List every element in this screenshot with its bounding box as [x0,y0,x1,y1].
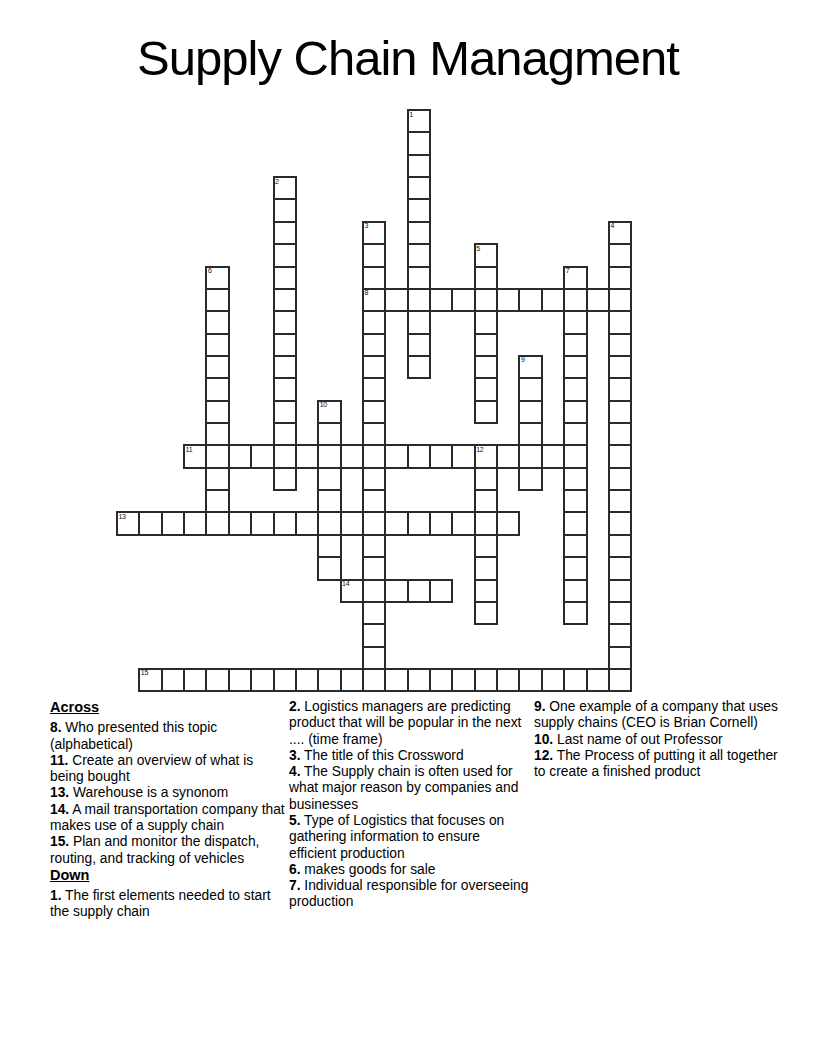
grid-cell[interactable] [564,445,586,467]
grid-cell[interactable] [318,557,340,579]
grid-cell[interactable] [206,512,228,534]
grid-cell[interactable] [318,669,340,691]
grid-cell[interactable] [609,624,631,646]
grid-cell[interactable] [430,445,452,467]
grid-cell[interactable] [452,445,474,467]
grid-cell[interactable] [564,334,586,356]
cell-number: 14 [342,580,349,588]
grid-cell[interactable] [162,669,184,691]
grid-cell[interactable] [363,580,385,602]
cell-number: 2 [275,178,279,186]
grid-cell[interactable]: 6 [206,267,228,289]
grid-cell[interactable] [162,512,184,534]
cell-number: 11 [186,446,193,454]
grid-cell[interactable]: 15 [139,669,161,691]
grid-cell[interactable] [519,378,541,400]
grid-cell[interactable] [363,244,385,266]
grid-cell[interactable] [363,557,385,579]
clue-number: 15. [50,834,69,849]
clue-down-5: 5. Type of Logistics that focuses on gat… [289,813,529,862]
grid-cell[interactable] [609,557,631,579]
grid-cell[interactable] [341,512,363,534]
grid-cell[interactable] [475,580,497,602]
grid-cell[interactable] [363,311,385,333]
grid-cell[interactable] [452,512,474,534]
grid-cell[interactable] [363,535,385,557]
grid-cell[interactable] [408,512,430,534]
grid-cell[interactable]: 12 [475,445,497,467]
clue-text: Create an overview of what is being boug… [50,753,253,784]
clue-text: Plan and monitor the dispatch, routing, … [50,834,259,865]
grid-cell[interactable] [274,401,296,423]
clue-down-12: 12. The Process of putting it all togeth… [534,748,784,781]
grid-cell[interactable] [564,401,586,423]
grid-cell[interactable] [519,289,541,311]
grid-cell[interactable] [564,311,586,333]
grid-cell[interactable] [274,468,296,490]
grid-cell[interactable] [408,289,430,311]
grid-cell[interactable] [475,535,497,557]
grid-cell[interactable] [609,647,631,669]
clue-text: Warehouse is a synonom [69,785,228,800]
grid-cell[interactable] [274,423,296,445]
grid-cell[interactable]: 10 [318,401,340,423]
grid-cell[interactable] [519,669,541,691]
grid-cell[interactable] [206,356,228,378]
grid-cell[interactable] [363,423,385,445]
grid-cell[interactable] [341,445,363,467]
grid-cell[interactable] [564,378,586,400]
grid-cell[interactable] [385,669,407,691]
grid-cell[interactable] [363,512,385,534]
grid-cell[interactable] [564,512,586,534]
cell-number: 15 [141,669,148,677]
grid-cell[interactable] [609,512,631,534]
grid-cell[interactable] [475,669,497,691]
grid-cell[interactable] [274,311,296,333]
grid-cell[interactable] [363,669,385,691]
clue-number: 7. [289,878,301,893]
clue-text: Individual responsible for overseeing pr… [289,878,528,909]
clue-number: 12. [534,748,553,763]
grid-cell[interactable] [564,535,586,557]
grid-cell[interactable] [519,423,541,445]
clue-down-6: 6. makes goods for sale [289,862,529,878]
clue-column-2: 2. Logistics managers are predicting pro… [289,699,529,911]
grid-cell[interactable] [341,669,363,691]
grid-cell[interactable] [609,289,631,311]
grid-cell[interactable] [497,289,519,311]
grid-cell[interactable] [385,289,407,311]
grid-cell[interactable] [408,267,430,289]
grid-cell[interactable] [363,468,385,490]
grid-cell[interactable] [475,490,497,512]
clue-text: Type of Logistics that focuses on gather… [289,813,504,861]
grid-cell[interactable] [363,602,385,624]
grid-cell[interactable] [587,289,609,311]
cell-number: 8 [364,289,368,297]
page-title: Supply Chain Managment [0,30,816,86]
grid-cell[interactable] [408,244,430,266]
grid-cell[interactable] [475,378,497,400]
grid-cell[interactable] [475,311,497,333]
grid-cell[interactable] [274,267,296,289]
grid-cell[interactable] [475,267,497,289]
grid-cell[interactable] [519,468,541,490]
grid-cell[interactable] [274,334,296,356]
grid-cell[interactable] [609,445,631,467]
clue-number: 4. [289,764,301,779]
grid-cell[interactable] [296,669,318,691]
grid-cell[interactable] [430,512,452,534]
grid-cell[interactable] [430,580,452,602]
grid-cell[interactable] [251,669,273,691]
grid-cell[interactable] [408,132,430,154]
cell-number: 3 [364,222,368,230]
grid-cell[interactable] [318,468,340,490]
grid-cell[interactable] [363,647,385,669]
clue-number: 2. [289,699,301,714]
clue-number: 9. [534,699,546,714]
grid-cell[interactable]: 13 [117,512,139,534]
cell-number: 1 [409,111,413,119]
clue-number: 10. [534,732,553,747]
clue-down-1: 1. The first elements needed to start th… [50,888,287,921]
grid-cell[interactable] [274,669,296,691]
grid-cell[interactable] [609,401,631,423]
clue-column-3: 9. One example of a company that uses su… [534,699,784,780]
grid-cell[interactable] [609,378,631,400]
grid-cell[interactable] [609,602,631,624]
grid-cell[interactable] [497,669,519,691]
grid-cell[interactable] [206,378,228,400]
grid-cell[interactable] [587,669,609,691]
grid-cell[interactable] [564,669,586,691]
grid-cell[interactable] [206,468,228,490]
grid-cell[interactable] [408,155,430,177]
grid-cell[interactable] [475,468,497,490]
cell-number: 6 [208,267,212,275]
grid-cell[interactable] [475,557,497,579]
clue-text: The title of this Crossword [301,748,464,763]
grid-cell[interactable]: 9 [519,356,541,378]
grid-cell[interactable] [564,356,586,378]
grid-cell[interactable] [564,602,586,624]
grid-cell[interactable] [363,401,385,423]
grid-cell[interactable] [385,580,407,602]
clue-down-10: 10. Last name of out Professor [534,732,784,748]
clue-down-9: 9. One example of a company that uses su… [534,699,784,732]
grid-cell[interactable] [385,512,407,534]
grid-cell[interactable] [408,669,430,691]
clue-down-7: 7. Individual responsible for overseeing… [289,878,529,911]
cell-number: 4 [610,222,614,230]
clue-number: 14. [50,802,69,817]
grid-cell[interactable] [475,334,497,356]
clue-number: 3. [289,748,301,763]
grid-cell[interactable] [430,289,452,311]
grid-cell[interactable]: 3 [363,222,385,244]
grid-cell[interactable]: 1 [408,110,430,132]
grid-cell[interactable] [408,311,430,333]
clue-text: Logistics managers are predicting produc… [289,699,521,747]
clue-across-15: 15. Plan and monitor the dispatch, routi… [50,834,287,867]
grid-cell[interactable] [609,669,631,691]
grid-cell[interactable] [408,580,430,602]
grid-cell[interactable] [609,468,631,490]
grid-cell[interactable] [519,445,541,467]
grid-cell[interactable] [363,624,385,646]
grid-cell[interactable] [206,423,228,445]
grid-cell[interactable] [609,356,631,378]
cell-number: 10 [320,401,327,409]
clue-text: The Supply chain is often used for what … [289,764,518,812]
grid-cell[interactable] [564,289,586,311]
grid-cell[interactable]: 4 [609,222,631,244]
grid-cell[interactable] [408,199,430,221]
clue-down-2: 2. Logistics managers are predicting pro… [289,699,529,748]
grid-cell[interactable] [609,311,631,333]
cell-number: 12 [476,446,483,454]
grid-cell[interactable] [206,669,228,691]
grid-cell[interactable] [274,378,296,400]
grid-cell[interactable] [318,490,340,512]
grid-cell[interactable] [519,401,541,423]
clue-text: A mail transportation company that makes… [50,802,285,833]
grid-cell[interactable] [408,356,430,378]
grid-cell[interactable] [318,535,340,557]
cell-number: 7 [566,267,570,275]
crossword-grid: 123456789101112131415 [117,110,631,691]
grid-cell[interactable] [274,244,296,266]
grid-cell[interactable]: 14 [341,580,363,602]
clue-column-1: Across8. Who presented this topic (alpha… [50,699,287,921]
grid-cell[interactable] [497,445,519,467]
grid-cell[interactable] [609,490,631,512]
grid-cell[interactable] [408,334,430,356]
grid-cell[interactable] [184,669,206,691]
grid-cell[interactable] [363,445,385,467]
grid-cell[interactable] [475,602,497,624]
grid-cell[interactable]: 11 [184,445,206,467]
clue-number: 11. [50,753,68,768]
grid-cell[interactable] [206,334,228,356]
clue-number: 8. [50,720,62,735]
grid-cell[interactable] [542,445,564,467]
clue-number: 6. [289,862,301,877]
grid-cell[interactable] [206,401,228,423]
grid-cell[interactable] [609,580,631,602]
grid-cell[interactable] [296,445,318,467]
grid-cell[interactable] [408,445,430,467]
down-header: Down [50,867,287,883]
grid-cell[interactable] [564,423,586,445]
clue-down-3: 3. The title of this Crossword [289,748,529,764]
grid-cell[interactable] [318,445,340,467]
grid-cell[interactable]: 8 [363,289,385,311]
grid-cell[interactable] [609,334,631,356]
crossword-page: { "game": "crossword", "title": "Supply … [0,0,816,1056]
cell-number: 13 [119,513,126,521]
cell-number: 9 [521,356,525,364]
grid-cell[interactable] [229,512,251,534]
clue-text: The first elements needed to start the s… [50,888,271,919]
clue-number: 5. [289,813,301,828]
grid-cell[interactable] [274,512,296,534]
grid-cell[interactable] [274,445,296,467]
grid-cell[interactable] [408,177,430,199]
clue-text: The Process of putting it all together t… [534,748,778,779]
grid-cell[interactable] [363,356,385,378]
clue-down-4: 4. The Supply chain is often used for wh… [289,764,529,813]
clue-number: 13. [50,785,69,800]
grid-cell[interactable] [564,490,586,512]
grid-cell[interactable] [206,289,228,311]
grid-cell[interactable] [564,557,586,579]
grid-cell[interactable] [229,669,251,691]
clue-text: makes goods for sale [301,862,436,877]
clue-text: One example of a company that uses suppl… [534,699,778,730]
grid-cell[interactable] [274,199,296,221]
clue-across-11: 11. Create an overview of what is being … [50,753,287,786]
grid-cell[interactable] [408,222,430,244]
clue-number: 1. [50,888,62,903]
grid-cell[interactable] [452,669,474,691]
grid-cell[interactable] [229,445,251,467]
grid-cell[interactable] [475,289,497,311]
grid-cell[interactable] [139,512,161,534]
grid-cell[interactable]: 2 [274,177,296,199]
grid-cell[interactable] [251,512,273,534]
clue-across-8: 8. Who presented this topic (alphabetica… [50,720,287,753]
across-header: Across [50,699,287,715]
grid-cell[interactable] [363,378,385,400]
grid-cell[interactable] [452,289,474,311]
grid-cell[interactable] [206,490,228,512]
grid-cell[interactable] [363,490,385,512]
grid-cell[interactable] [318,512,340,534]
grid-cell[interactable] [430,669,452,691]
grid-cell[interactable] [184,512,206,534]
clue-across-14: 14. A mail transportation company that m… [50,802,287,835]
grid-cell[interactable] [564,468,586,490]
grid-cell[interactable] [251,445,273,467]
grid-cell[interactable] [609,267,631,289]
grid-cell[interactable] [363,267,385,289]
clue-text: Last name of out Professor [553,732,722,747]
grid-cell[interactable] [542,669,564,691]
grid-cell[interactable] [296,512,318,534]
grid-cell[interactable] [609,535,631,557]
grid-cell[interactable] [475,512,497,534]
grid-cell[interactable] [206,311,228,333]
grid-cell[interactable] [318,423,340,445]
grid-cell[interactable] [475,356,497,378]
grid-cell[interactable] [206,445,228,467]
clue-text: Who presented this topic (alphabetical) [50,720,217,751]
grid-cell[interactable] [363,334,385,356]
grid-cell[interactable]: 5 [475,244,497,266]
grid-cell[interactable] [475,401,497,423]
grid-cell[interactable]: 7 [564,267,586,289]
grid-cell[interactable] [609,244,631,266]
grid-cell[interactable] [609,423,631,445]
grid-cell[interactable] [497,512,519,534]
grid-cell[interactable] [274,222,296,244]
grid-cell[interactable] [274,356,296,378]
cell-number: 5 [476,245,480,253]
grid-cell[interactable] [542,289,564,311]
grid-cell[interactable] [385,445,407,467]
grid-cell[interactable] [274,289,296,311]
clue-across-13: 13. Warehouse is a synonom [50,785,287,801]
grid-cell[interactable] [564,580,586,602]
